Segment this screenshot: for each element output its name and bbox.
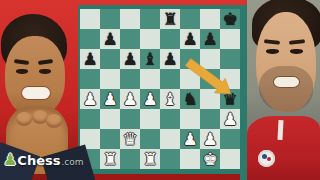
square-c6: ♟ [120, 49, 140, 69]
square-d4: ♟ [140, 89, 160, 109]
square-h8: ♚ [220, 9, 240, 29]
square-e6: ♟ [160, 49, 180, 69]
chesscom-tld: .com [61, 157, 83, 167]
square-f5 [180, 69, 200, 89]
square-c7 [120, 29, 140, 49]
white-pawn-f2: ♟ [182, 129, 197, 149]
square-b5 [100, 69, 120, 89]
square-h2 [220, 129, 240, 149]
square-b8 [100, 9, 120, 29]
square-e5 [160, 69, 180, 89]
square-e4: ♝ [160, 89, 180, 109]
square-d5 [140, 69, 160, 89]
black-pawn-a6: ♟ [82, 49, 97, 69]
left-player-eye [16, 69, 28, 74]
square-g7: ♟ [200, 29, 220, 49]
board-frame-edge [240, 174, 247, 180]
board-frame: ♜♚♟♟♟♟♟♝♟♟♟♟♟♝♞♛♟♛♟♟♜♜♚ [74, 5, 247, 174]
left-player-knuckle [46, 114, 62, 128]
square-a4: ♟ [80, 89, 100, 109]
black-knight-f4: ♞ [182, 89, 197, 109]
square-c4: ♟ [120, 89, 140, 109]
square-c3 [120, 109, 140, 129]
right-player-red-shirt [247, 116, 320, 180]
white-pawn-g2: ♟ [202, 129, 217, 149]
square-b4: ♟ [100, 89, 120, 109]
black-pawn-b7: ♟ [102, 29, 117, 49]
square-a5 [80, 69, 100, 89]
square-a7 [80, 29, 100, 49]
black-queen-h4: ♛ [222, 89, 237, 109]
square-g4 [200, 89, 220, 109]
square-e7 [160, 29, 180, 49]
square-b1: ♜ [100, 149, 120, 169]
left-player-knuckle [16, 112, 32, 126]
right-player-eye [266, 49, 279, 54]
square-d2 [140, 129, 160, 149]
white-pawn-d4: ♟ [142, 89, 157, 109]
white-rook-b1: ♜ [102, 149, 117, 169]
right-player-eye [290, 49, 303, 54]
square-c2: ♛ [120, 129, 140, 149]
white-bishop-e4: ♝ [162, 89, 177, 109]
chesscom-pawn-icon: ♟ [3, 151, 17, 169]
square-d6: ♝ [140, 49, 160, 69]
square-e1 [160, 149, 180, 169]
left-player-face [5, 36, 65, 116]
chesscom-wordmark: Chess [17, 153, 60, 168]
chess-board: ♜♚♟♟♟♟♟♝♟♟♟♟♟♝♞♛♟♛♟♟♜♜♚ [80, 9, 240, 169]
white-pawn-a4: ♟ [82, 89, 97, 109]
square-g3 [200, 109, 220, 129]
black-rook-e8: ♜ [162, 9, 177, 29]
square-c5 [120, 69, 140, 89]
white-king-g1: ♚ [202, 149, 217, 169]
square-h3: ♟ [220, 109, 240, 129]
black-bishop-d6: ♝ [142, 49, 157, 69]
white-queen-c2: ♛ [122, 129, 137, 149]
square-b2 [100, 129, 120, 149]
square-d7 [140, 29, 160, 49]
white-pawn-h3: ♟ [222, 109, 237, 129]
left-player-smile [21, 86, 51, 100]
video-thumbnail[interactable]: ♜♚♟♟♟♟♟♝♟♟♟♟♟♝♞♛♟♛♟♟♜♜♚ ♟ Chess .com [0, 0, 320, 180]
square-g2: ♟ [200, 129, 220, 149]
square-e3 [160, 109, 180, 129]
square-h5 [220, 69, 240, 89]
square-e8: ♜ [160, 9, 180, 29]
square-a6: ♟ [80, 49, 100, 69]
square-g6 [200, 49, 220, 69]
square-c8 [120, 9, 140, 29]
right-player-smile [273, 76, 300, 88]
square-f1 [180, 149, 200, 169]
square-a8 [80, 9, 100, 29]
white-rook-d1: ♜ [142, 149, 157, 169]
square-d8 [140, 9, 160, 29]
left-player-eye [39, 69, 51, 74]
black-pawn-c6: ♟ [122, 49, 137, 69]
square-d1: ♜ [140, 149, 160, 169]
square-f6 [180, 49, 200, 69]
white-pawn-c4: ♟ [122, 89, 137, 109]
square-d3 [140, 109, 160, 129]
square-a3 [80, 109, 100, 129]
square-e2 [160, 129, 180, 149]
square-f2: ♟ [180, 129, 200, 149]
square-h6 [220, 49, 240, 69]
square-h1 [220, 149, 240, 169]
square-g8 [200, 9, 220, 29]
square-g5 [200, 69, 220, 89]
square-b6 [100, 49, 120, 69]
square-c1 [120, 149, 140, 169]
black-king-h8: ♚ [222, 9, 237, 29]
square-h7 [220, 29, 240, 49]
player-photo-right [247, 0, 320, 180]
chesscom-logo: ♟ Chess .com [3, 151, 84, 169]
square-f7: ♟ [180, 29, 200, 49]
right-player-collar [277, 120, 283, 140]
square-f8 [180, 9, 200, 29]
square-f3 [180, 109, 200, 129]
right-player-beard [259, 66, 313, 112]
square-f4: ♞ [180, 89, 200, 109]
black-pawn-e6: ♟ [162, 49, 177, 69]
black-pawn-f7: ♟ [182, 29, 197, 49]
square-h4: ♛ [220, 89, 240, 109]
right-player-crest-badge [258, 150, 275, 167]
white-pawn-b4: ♟ [102, 89, 117, 109]
square-g1: ♚ [200, 149, 220, 169]
black-pawn-g7: ♟ [202, 29, 217, 49]
square-b3 [100, 109, 120, 129]
square-b7: ♟ [100, 29, 120, 49]
